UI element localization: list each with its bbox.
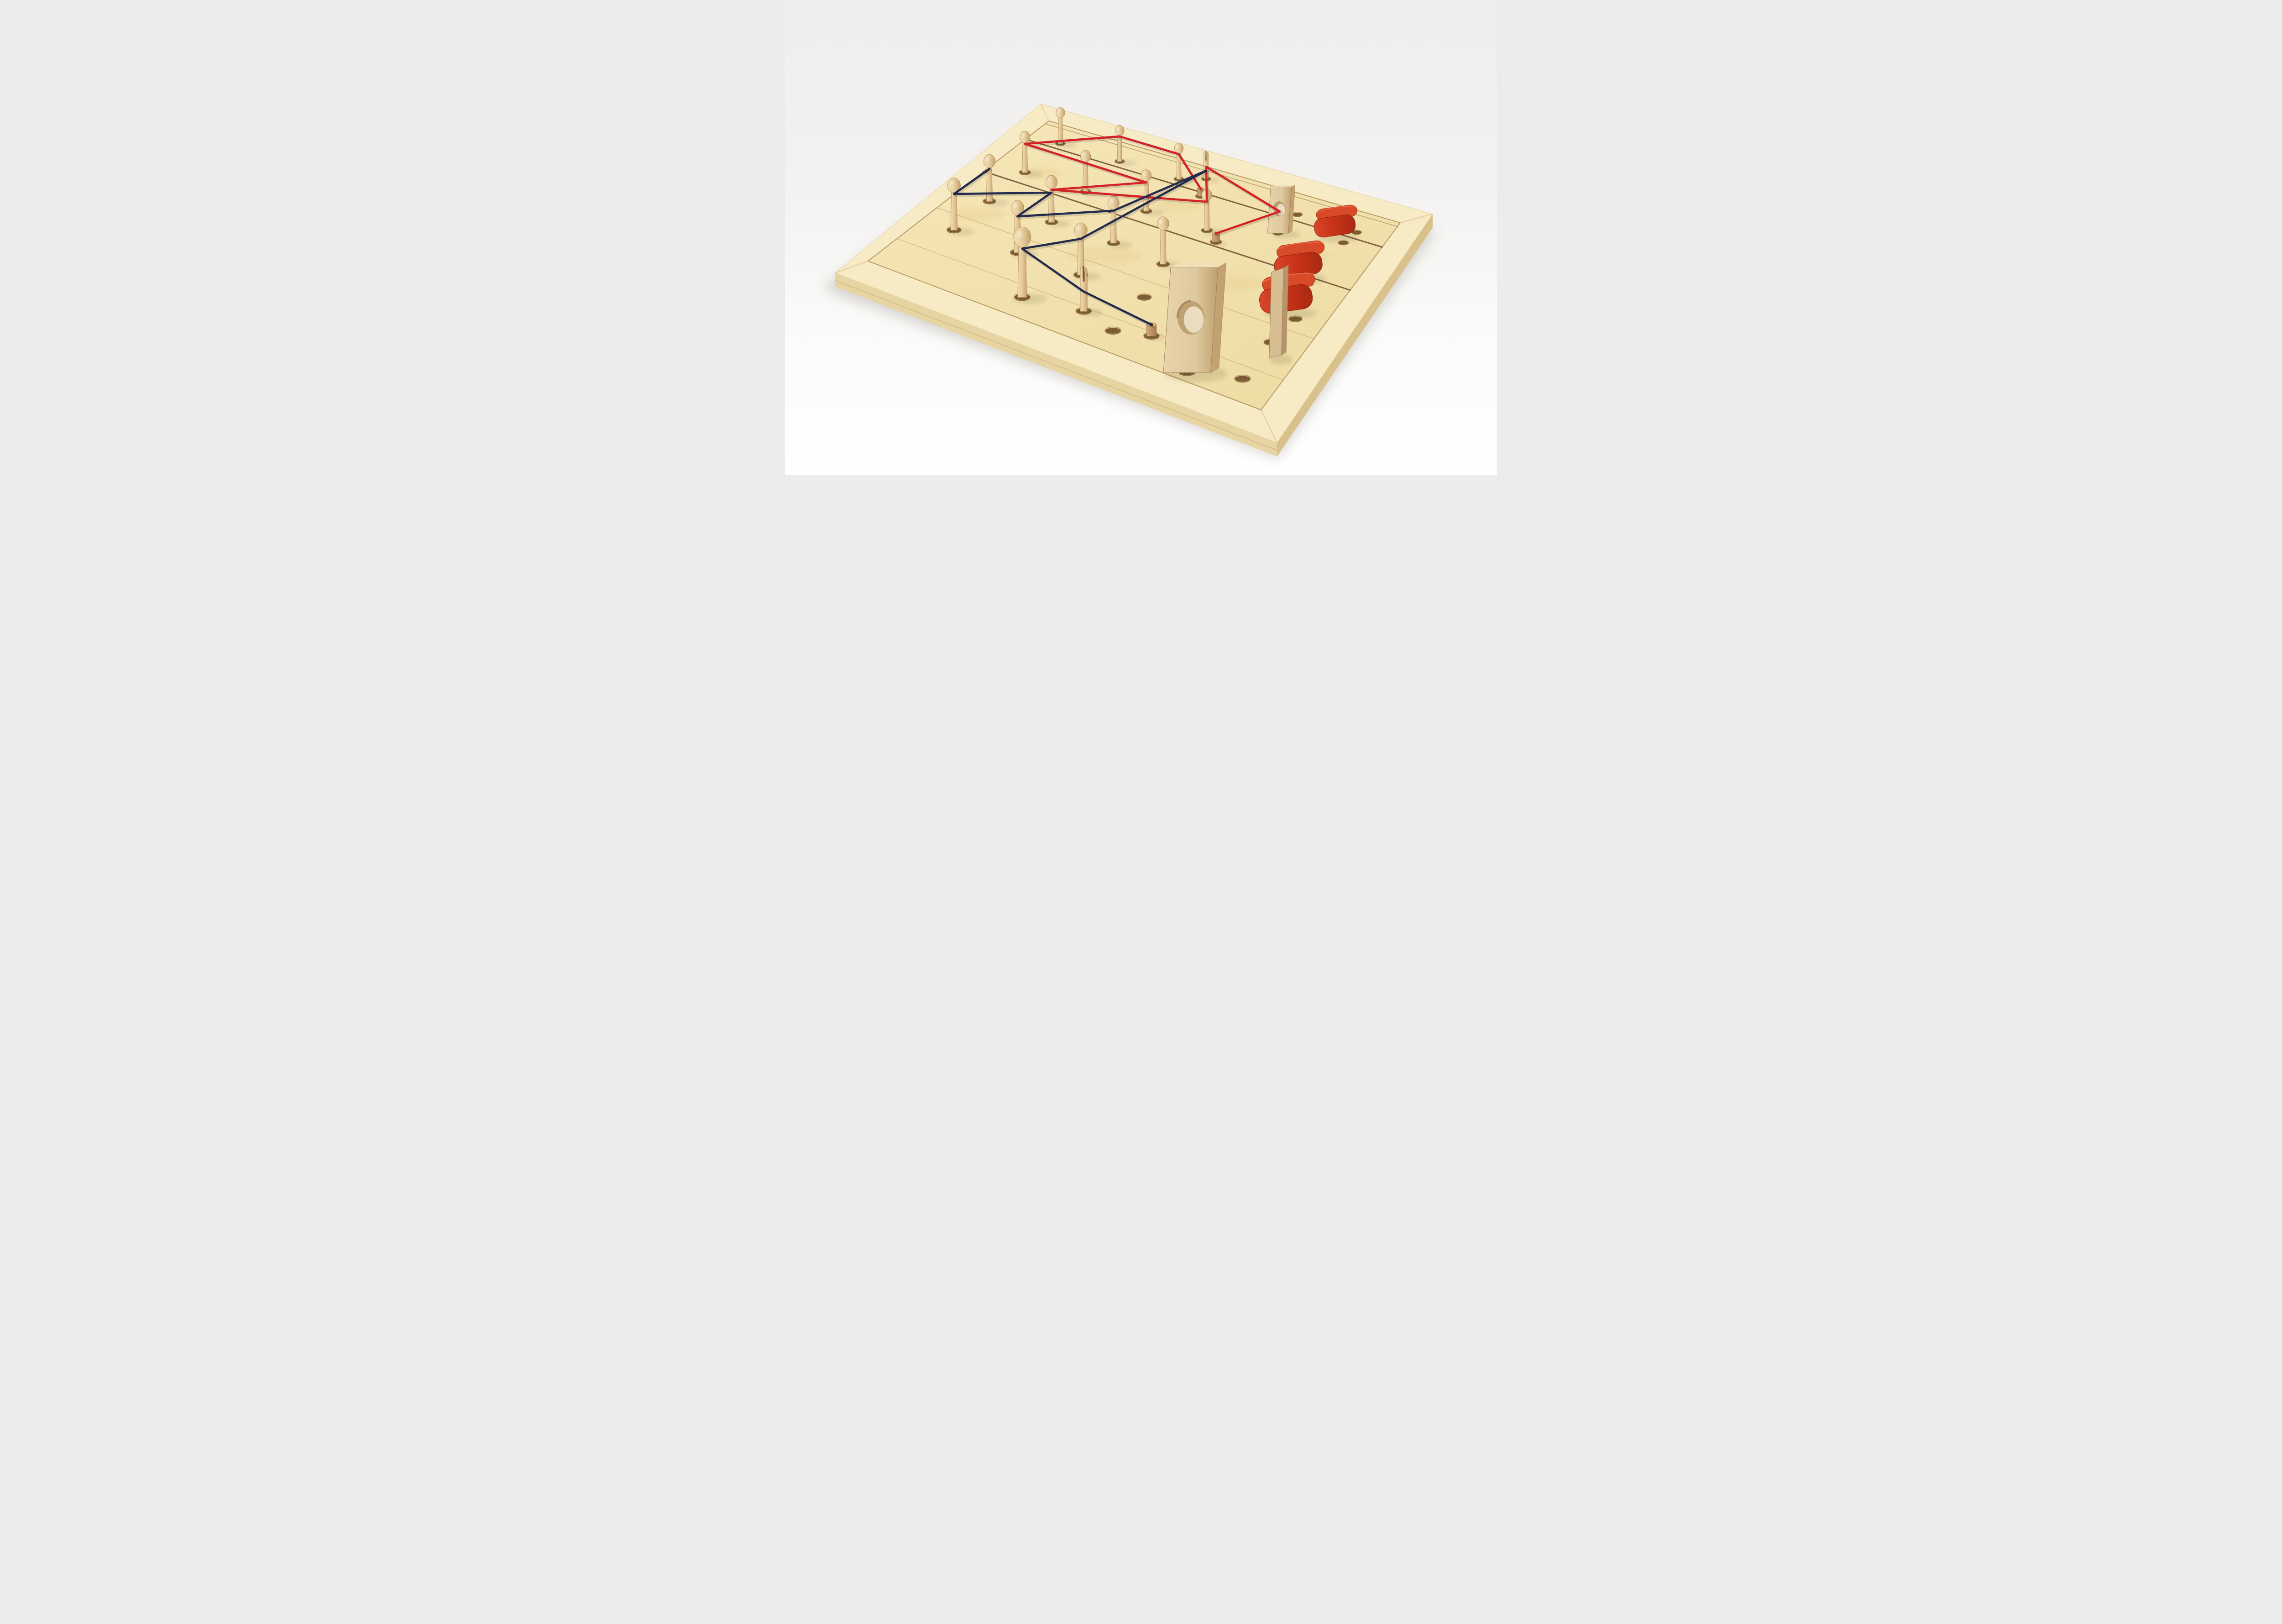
board-hole[interactable] [1235, 375, 1251, 383]
panel-with-hole[interactable] [1163, 262, 1227, 382]
board-hole[interactable] [1105, 327, 1121, 335]
board-hole[interactable] [1293, 212, 1303, 217]
photo-stage: Wooden peg lacing board with elastic cor… [785, 0, 1497, 475]
pegboard-scene [785, 0, 1497, 475]
board-hole[interactable] [1137, 294, 1151, 301]
